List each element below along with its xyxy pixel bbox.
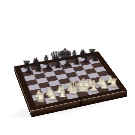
piece-white-rook: ♜: [108, 77, 118, 88]
piece-black-pawn: ♟: [44, 62, 52, 71]
piece-black-pawn: ♟: [82, 55, 90, 64]
product-photo: ♜♞♝♛♚♝♞♜♟♟♟♟♟♟♟♟♟♟♟♟♟♟♟♟♜♞♝♛♚♝♞♜: [0, 0, 135, 135]
piece-black-pawn: ♟: [63, 58, 71, 67]
piece-black-pawn: ♟: [54, 60, 62, 69]
piece-black-pawn: ♟: [91, 53, 99, 62]
piece-white-rook: ♜: [36, 92, 47, 104]
piece-black-pawn: ♟: [34, 64, 42, 73]
piece-white-knight: ♞: [46, 88, 58, 102]
square-anchor-a7: ♟: [22, 70, 34, 76]
square-anchor-c7: ♟: [42, 67, 54, 73]
square-anchor-b7: ♟: [32, 69, 44, 75]
piece-black-pawn: ♟: [73, 57, 81, 66]
piece-black-pawn: ♟: [24, 65, 32, 74]
